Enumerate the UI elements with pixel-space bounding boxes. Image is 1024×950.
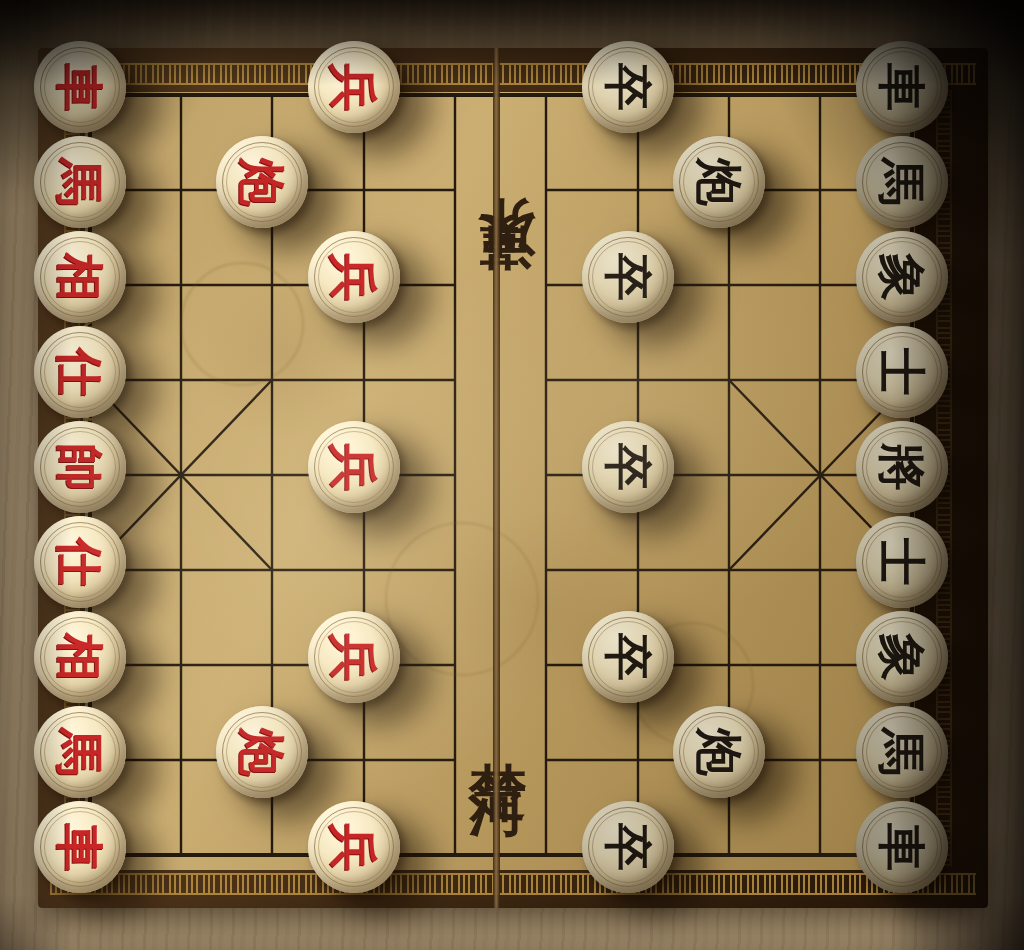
piece-character: 炮 — [238, 158, 286, 206]
piece-character: 卒 — [604, 443, 652, 491]
piece-red-soldier[interactable]: 兵 — [308, 41, 400, 133]
piece-character: 兵 — [330, 63, 378, 111]
piece-black-cannon[interactable]: 炮 — [673, 136, 765, 228]
piece-character: 將 — [878, 443, 926, 491]
piece-black-elephant[interactable]: 象 — [856, 611, 948, 703]
photo-scene: CHINESE CHESS 漢界 楚河 車馬相仕帥仕相馬車炮炮兵兵兵兵兵卒卒卒卒… — [0, 0, 1024, 950]
piece-black-horse[interactable]: 馬 — [856, 136, 948, 228]
piece-character: 車 — [56, 63, 104, 111]
piece-character: 仕 — [56, 348, 104, 396]
piece-black-soldier[interactable]: 卒 — [582, 41, 674, 133]
piece-character: 馬 — [878, 158, 926, 206]
piece-black-elephant[interactable]: 象 — [856, 231, 948, 323]
piece-red-cannon[interactable]: 炮 — [216, 706, 308, 798]
piece-character: 象 — [878, 253, 926, 301]
piece-red-advisor[interactable]: 仕 — [34, 326, 126, 418]
piece-character: 炮 — [238, 728, 286, 776]
piece-black-general[interactable]: 將 — [856, 421, 948, 513]
piece-red-horse[interactable]: 馬 — [34, 706, 126, 798]
piece-character: 兵 — [330, 633, 378, 681]
piece-black-horse[interactable]: 馬 — [856, 706, 948, 798]
pieces-layer: 車馬相仕帥仕相馬車炮炮兵兵兵兵兵卒卒卒卒卒炮炮車馬象士將士象馬車 — [0, 0, 1024, 950]
piece-red-soldier[interactable]: 兵 — [308, 801, 400, 893]
piece-red-elephant[interactable]: 相 — [34, 611, 126, 703]
piece-character: 帥 — [56, 443, 104, 491]
piece-black-chariot[interactable]: 車 — [856, 801, 948, 893]
piece-character: 炮 — [695, 158, 743, 206]
piece-character: 兵 — [330, 253, 378, 301]
piece-character: 士 — [878, 538, 926, 586]
piece-red-soldier[interactable]: 兵 — [308, 231, 400, 323]
piece-red-chariot[interactable]: 車 — [34, 41, 126, 133]
piece-black-cannon[interactable]: 炮 — [673, 706, 765, 798]
piece-black-soldier[interactable]: 卒 — [582, 421, 674, 513]
piece-character: 馬 — [56, 728, 104, 776]
piece-black-advisor[interactable]: 士 — [856, 326, 948, 418]
piece-character: 兵 — [330, 823, 378, 871]
piece-red-chariot[interactable]: 車 — [34, 801, 126, 893]
piece-character: 卒 — [604, 823, 652, 871]
piece-character: 炮 — [695, 728, 743, 776]
piece-character: 兵 — [330, 443, 378, 491]
piece-red-cannon[interactable]: 炮 — [216, 136, 308, 228]
piece-red-soldier[interactable]: 兵 — [308, 421, 400, 513]
piece-character: 馬 — [56, 158, 104, 206]
piece-character: 卒 — [604, 253, 652, 301]
piece-character: 車 — [878, 823, 926, 871]
piece-character: 象 — [878, 633, 926, 681]
piece-character: 士 — [878, 348, 926, 396]
piece-black-soldier[interactable]: 卒 — [582, 801, 674, 893]
piece-character: 卒 — [604, 633, 652, 681]
piece-red-general[interactable]: 帥 — [34, 421, 126, 513]
piece-black-chariot[interactable]: 車 — [856, 41, 948, 133]
piece-black-soldier[interactable]: 卒 — [582, 611, 674, 703]
piece-red-horse[interactable]: 馬 — [34, 136, 126, 228]
piece-red-soldier[interactable]: 兵 — [308, 611, 400, 703]
piece-black-advisor[interactable]: 士 — [856, 516, 948, 608]
piece-character: 馬 — [878, 728, 926, 776]
piece-character: 相 — [56, 633, 104, 681]
piece-character: 卒 — [604, 63, 652, 111]
piece-character: 相 — [56, 253, 104, 301]
piece-red-elephant[interactable]: 相 — [34, 231, 126, 323]
piece-black-soldier[interactable]: 卒 — [582, 231, 674, 323]
piece-character: 車 — [878, 63, 926, 111]
piece-red-advisor[interactable]: 仕 — [34, 516, 126, 608]
piece-character: 仕 — [56, 538, 104, 586]
piece-character: 車 — [56, 823, 104, 871]
